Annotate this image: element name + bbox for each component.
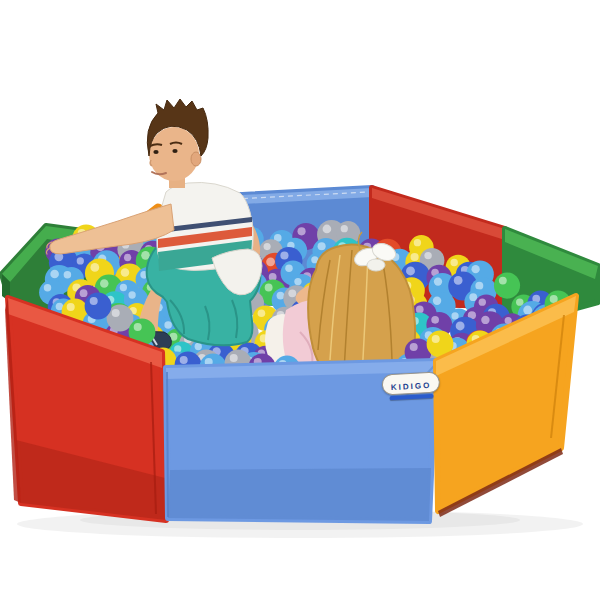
boy-eye-right	[172, 149, 177, 153]
ball-highlight	[454, 276, 463, 285]
ball-highlight	[64, 271, 72, 279]
ball-highlight	[297, 227, 305, 235]
ball-highlight	[120, 284, 127, 291]
ball-highlight	[100, 279, 109, 288]
ball-highlight	[90, 263, 99, 272]
ball-highlight	[285, 265, 292, 272]
ball-highlight	[341, 225, 348, 232]
brand-badge: KIDIGO	[381, 372, 440, 401]
ball-highlight	[80, 289, 88, 297]
ball-highlight	[469, 293, 477, 301]
ball-highlight	[323, 225, 332, 234]
boy-eye-left	[153, 150, 158, 154]
ball-highlight	[230, 354, 238, 362]
ball-highlight	[550, 295, 558, 303]
ball-highlight	[121, 268, 130, 277]
ball-highlight	[288, 289, 296, 297]
ball-highlight	[266, 257, 275, 266]
ball-highlight	[450, 259, 457, 266]
boy-head	[149, 127, 199, 181]
ball-highlight	[406, 266, 415, 275]
panel-front-blue-shade	[168, 468, 431, 521]
ball-highlight	[164, 321, 172, 329]
ball	[85, 293, 112, 320]
ball-pit-product-photo: KIDIGO	[0, 0, 600, 600]
ball-highlight	[475, 282, 483, 290]
brand-badge-text: KIDIGO	[391, 381, 432, 392]
ball	[494, 273, 520, 299]
ball-highlight	[124, 254, 131, 261]
ball-highlight	[265, 284, 273, 292]
ball-highlight	[141, 251, 150, 260]
ball-highlight	[112, 309, 120, 317]
ball-highlight	[416, 306, 424, 314]
ball-highlight	[471, 265, 479, 273]
ball-highlight	[195, 343, 202, 350]
brand-badge-oval: KIDIGO	[381, 372, 440, 396]
ball-highlight	[50, 270, 59, 279]
ball-highlight	[277, 292, 285, 300]
ball-highlight	[434, 277, 442, 285]
ball-highlight	[424, 252, 431, 259]
ball-highlight	[431, 316, 439, 324]
ball-highlight	[523, 306, 532, 315]
ball-highlight	[180, 356, 188, 364]
panel-front-blue-leftedge	[167, 372, 168, 517]
ball-highlight	[481, 316, 489, 324]
ball-highlight	[90, 297, 98, 305]
ball-highlight	[432, 335, 440, 343]
ball-highlight	[280, 251, 288, 259]
ball-highlight	[499, 277, 507, 285]
ball-highlight	[174, 345, 181, 352]
ball-highlight	[451, 312, 458, 319]
ball-highlight	[410, 343, 418, 351]
ball-highlight	[433, 296, 441, 304]
scene-svg	[0, 0, 600, 600]
ball-highlight	[411, 253, 419, 261]
ball-highlight	[44, 284, 51, 291]
ball-highlight	[294, 278, 301, 285]
ball-highlight	[264, 243, 271, 250]
boy-ear	[191, 152, 201, 166]
ball-highlight	[258, 309, 266, 317]
girl-bow-petal-3	[367, 259, 385, 271]
ball-highlight	[67, 303, 75, 311]
ball-highlight	[414, 239, 421, 246]
ball-highlight	[128, 291, 135, 298]
ball-highlight	[516, 298, 523, 305]
ball-highlight	[456, 321, 465, 330]
ball-highlight	[77, 257, 84, 264]
ball-highlight	[479, 298, 486, 305]
ball-highlight	[318, 242, 326, 250]
ball-highlight	[134, 323, 142, 331]
